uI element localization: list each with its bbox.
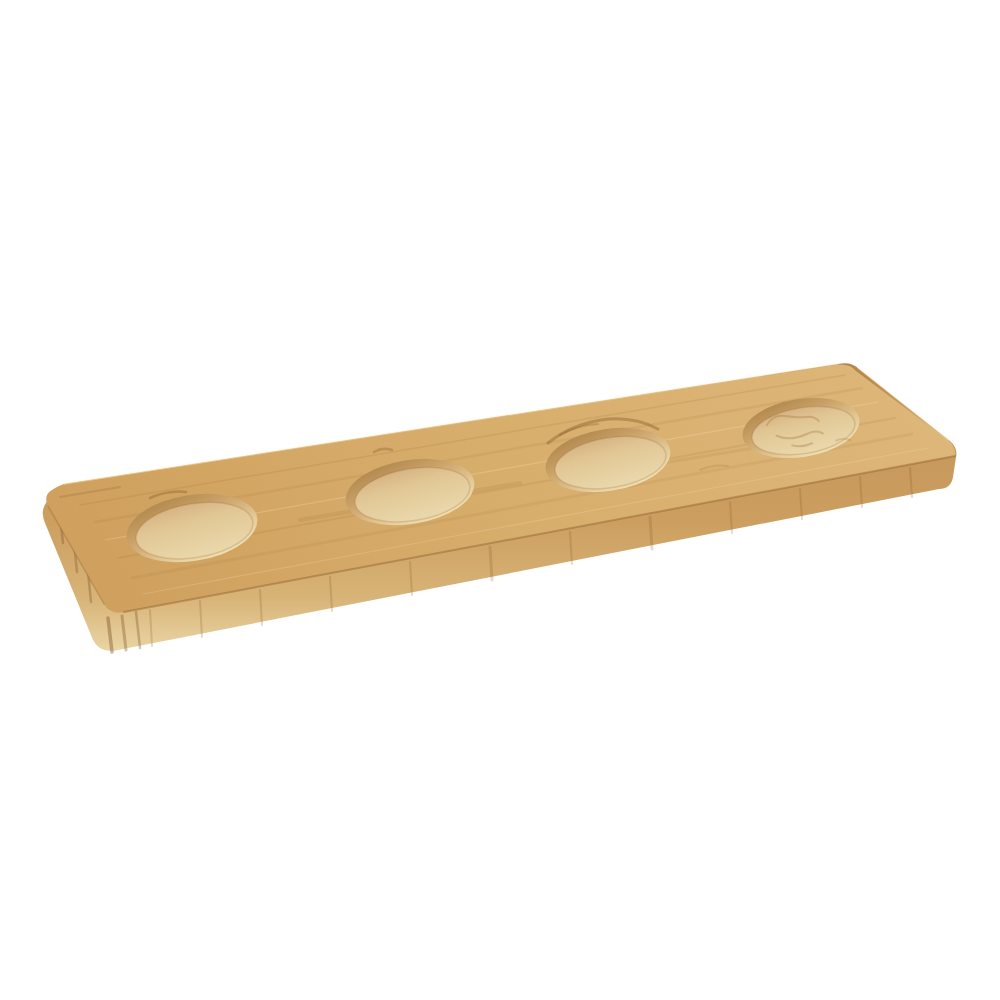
product-photo <box>0 0 1000 1000</box>
flight-tray-illustration <box>0 0 1000 1000</box>
